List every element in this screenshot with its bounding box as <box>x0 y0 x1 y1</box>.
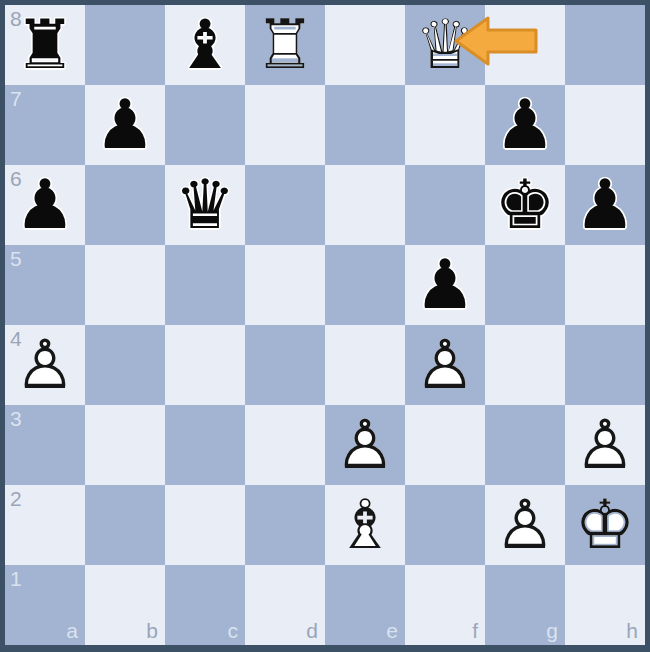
piece-white-rook[interactable]: ♜♖ <box>245 5 325 85</box>
square-d6[interactable] <box>245 165 325 245</box>
rank-label-5: 5 <box>10 248 22 269</box>
square-g6[interactable]: ♚ <box>485 165 565 245</box>
piece-white-pawn[interactable]: ♟♙ <box>565 405 645 485</box>
file-label-f: f <box>472 620 478 641</box>
piece-white-pawn[interactable]: ♟♙ <box>405 325 485 405</box>
square-g8[interactable] <box>485 5 565 85</box>
square-h7[interactable] <box>565 85 645 165</box>
piece-black-bishop[interactable]: ♝ <box>165 5 245 85</box>
square-h1[interactable]: h <box>565 565 645 645</box>
piece-outline: ♖ <box>245 5 325 85</box>
square-b6[interactable] <box>85 165 165 245</box>
square-f2[interactable] <box>405 485 485 565</box>
piece-outline: ♙ <box>325 405 405 485</box>
piece-white-bishop[interactable]: ♝♗ <box>325 485 405 565</box>
square-h2[interactable]: ♚♔ <box>565 485 645 565</box>
square-e3[interactable]: ♟♙ <box>325 405 405 485</box>
square-g5[interactable] <box>485 245 565 325</box>
piece-black-queen[interactable]: ♛ <box>165 165 245 245</box>
square-e1[interactable]: e <box>325 565 405 645</box>
square-f3[interactable] <box>405 405 485 485</box>
square-b4[interactable] <box>85 325 165 405</box>
square-f6[interactable] <box>405 165 485 245</box>
rank-label-3: 3 <box>10 408 22 429</box>
square-a3[interactable]: 3 <box>5 405 85 485</box>
piece-black-pawn[interactable]: ♟ <box>5 165 85 245</box>
square-b8[interactable] <box>85 5 165 85</box>
square-e8[interactable] <box>325 5 405 85</box>
file-label-c: c <box>228 620 239 641</box>
square-b2[interactable] <box>85 485 165 565</box>
piece-black-pawn[interactable]: ♟ <box>565 165 645 245</box>
square-d5[interactable] <box>245 245 325 325</box>
piece-white-pawn[interactable]: ♟♙ <box>485 485 565 565</box>
piece-outline: ♕ <box>405 5 485 85</box>
square-d8[interactable]: ♜♖ <box>245 5 325 85</box>
piece-outline: ♙ <box>5 325 85 405</box>
piece-black-pawn[interactable]: ♟ <box>405 245 485 325</box>
square-f7[interactable] <box>405 85 485 165</box>
file-label-b: b <box>146 620 158 641</box>
square-a7[interactable]: 7 <box>5 85 85 165</box>
square-a5[interactable]: 5 <box>5 245 85 325</box>
chess-board: 8♜♝♜♖♛♕7♟♟6♟♛♚♟5♟4♟♙♟♙3♟♙♟♙2♝♗♟♙♚♔1abcde… <box>5 5 645 645</box>
square-c5[interactable] <box>165 245 245 325</box>
square-f8[interactable]: ♛♕ <box>405 5 485 85</box>
file-label-e: e <box>386 620 398 641</box>
square-b1[interactable]: b <box>85 565 165 645</box>
piece-white-pawn[interactable]: ♟♙ <box>325 405 405 485</box>
square-g7[interactable]: ♟ <box>485 85 565 165</box>
square-e7[interactable] <box>325 85 405 165</box>
piece-white-king[interactable]: ♚♔ <box>565 485 645 565</box>
square-e4[interactable] <box>325 325 405 405</box>
square-e2[interactable]: ♝♗ <box>325 485 405 565</box>
square-a6[interactable]: 6♟ <box>5 165 85 245</box>
square-a8[interactable]: 8♜ <box>5 5 85 85</box>
square-f1[interactable]: f <box>405 565 485 645</box>
piece-outline: ♙ <box>405 325 485 405</box>
square-c7[interactable] <box>165 85 245 165</box>
piece-white-queen[interactable]: ♛♕ <box>405 5 485 85</box>
square-d3[interactable] <box>245 405 325 485</box>
square-f5[interactable]: ♟ <box>405 245 485 325</box>
piece-black-rook[interactable]: ♜ <box>5 5 85 85</box>
square-h4[interactable] <box>565 325 645 405</box>
chess-board-frame: 8♜♝♜♖♛♕7♟♟6♟♛♚♟5♟4♟♙♟♙3♟♙♟♙2♝♗♟♙♚♔1abcde… <box>0 0 650 652</box>
file-label-a: a <box>66 620 78 641</box>
piece-outline: ♙ <box>485 485 565 565</box>
piece-black-king[interactable]: ♚ <box>485 165 565 245</box>
square-c8[interactable]: ♝ <box>165 5 245 85</box>
piece-black-pawn[interactable]: ♟ <box>485 85 565 165</box>
file-label-g: g <box>546 620 558 641</box>
piece-outline: ♙ <box>565 405 645 485</box>
square-h5[interactable] <box>565 245 645 325</box>
square-a4[interactable]: 4♟♙ <box>5 325 85 405</box>
square-c3[interactable] <box>165 405 245 485</box>
square-b5[interactable] <box>85 245 165 325</box>
square-h8[interactable] <box>565 5 645 85</box>
piece-outline: ♗ <box>325 485 405 565</box>
file-label-d: d <box>306 620 318 641</box>
piece-black-pawn[interactable]: ♟ <box>85 85 165 165</box>
square-d7[interactable] <box>245 85 325 165</box>
square-h6[interactable]: ♟ <box>565 165 645 245</box>
rank-label-2: 2 <box>10 488 22 509</box>
square-h3[interactable]: ♟♙ <box>565 405 645 485</box>
rank-label-7: 7 <box>10 88 22 109</box>
rank-label-1: 1 <box>10 568 22 589</box>
piece-white-pawn[interactable]: ♟♙ <box>5 325 85 405</box>
square-e5[interactable] <box>325 245 405 325</box>
square-e6[interactable] <box>325 165 405 245</box>
square-c4[interactable] <box>165 325 245 405</box>
square-a1[interactable]: 1a <box>5 565 85 645</box>
square-c2[interactable] <box>165 485 245 565</box>
square-g3[interactable] <box>485 405 565 485</box>
square-d2[interactable] <box>245 485 325 565</box>
piece-outline: ♔ <box>565 485 645 565</box>
square-b3[interactable] <box>85 405 165 485</box>
square-d4[interactable] <box>245 325 325 405</box>
square-f4[interactable]: ♟♙ <box>405 325 485 405</box>
square-g1[interactable]: g <box>485 565 565 645</box>
square-d1[interactable]: d <box>245 565 325 645</box>
square-b7[interactable]: ♟ <box>85 85 165 165</box>
square-c1[interactable]: c <box>165 565 245 645</box>
file-label-h: h <box>626 620 638 641</box>
square-g4[interactable] <box>485 325 565 405</box>
square-g2[interactable]: ♟♙ <box>485 485 565 565</box>
square-c6[interactable]: ♛ <box>165 165 245 245</box>
square-a2[interactable]: 2 <box>5 485 85 565</box>
